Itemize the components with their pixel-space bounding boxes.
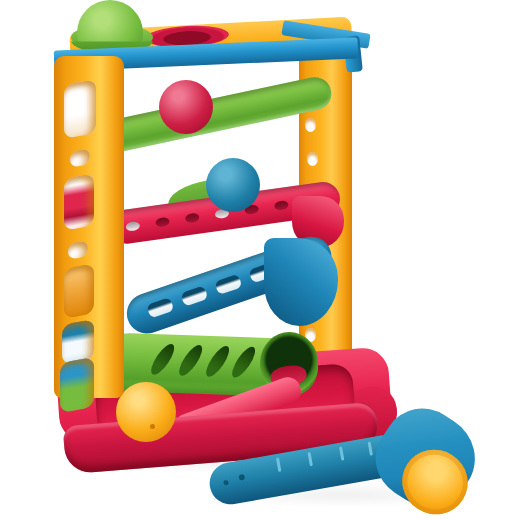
left-pillar [54,56,124,398]
handle-dimple [223,480,229,486]
handle-ridge [368,441,373,455]
left-pillar-hole [64,79,96,139]
right-pillar-hole [307,152,318,166]
product-photo [0,0,520,520]
handle-ridge [339,446,344,460]
tunnel-slot [175,342,206,379]
ramp-hole [125,221,140,232]
left-pillar-hole [64,173,94,230]
left-pillar-notch [68,240,88,260]
handle-ridge [307,452,312,466]
handle-dimple [238,474,245,481]
tunnel-slot [228,344,259,381]
ramp-hole [214,274,242,295]
tunnel-slot [202,343,233,380]
left-pillar-notch [70,148,90,168]
ball-dimple [150,424,155,429]
ramp-hole [185,213,200,224]
handle-ridge [276,458,281,472]
ramp-hole [180,285,208,306]
blue-ball [206,158,260,212]
ramp-hole [155,217,170,228]
left-pillar-hole [60,357,94,413]
left-pillar-hole [62,319,94,365]
right-pillar-hole [305,118,316,132]
tunnel-slot [147,341,178,378]
red-ball [159,80,213,134]
ramp-hole [146,297,174,318]
ramp-hole [274,200,289,211]
left-pillar-hole [64,263,94,318]
orange-ball [116,382,176,442]
